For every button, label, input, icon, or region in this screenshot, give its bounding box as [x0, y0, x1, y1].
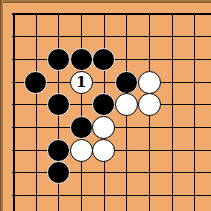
intersection-3-6[interactable]: [70, 139, 93, 162]
black-stone[interactable]: [47, 161, 70, 184]
black-stone[interactable]: [47, 139, 70, 162]
white-stone[interactable]: [92, 139, 115, 162]
white-stone-move-1[interactable]: 1: [70, 71, 93, 94]
black-stone[interactable]: [92, 48, 115, 71]
intersection-1-3[interactable]: [25, 71, 48, 94]
black-stone[interactable]: [24, 71, 47, 94]
board-edge-bevel-top: [0, 0, 211, 3]
intersection-5-3[interactable]: [115, 71, 138, 94]
white-stone[interactable]: [115, 93, 138, 116]
intersection-2-7[interactable]: [47, 162, 70, 185]
white-stone[interactable]: [70, 139, 93, 162]
intersection-2-2[interactable]: [47, 48, 70, 71]
black-stone[interactable]: [47, 93, 70, 116]
move-number-label: 1: [76, 74, 86, 89]
intersection-3-5[interactable]: [70, 116, 93, 139]
intersection-2-4[interactable]: [47, 94, 70, 117]
black-stone[interactable]: [92, 93, 115, 116]
white-stone[interactable]: [138, 71, 161, 94]
intersection-5-4[interactable]: [115, 94, 138, 117]
intersection-4-2[interactable]: [93, 48, 116, 71]
intersection-3-3[interactable]: 1: [70, 71, 93, 94]
stones-layer: 1: [2, 3, 206, 207]
black-stone[interactable]: [115, 71, 138, 94]
intersection-6-4[interactable]: [138, 94, 161, 117]
board-edge-bevel-left: [0, 0, 3, 211]
intersection-4-6[interactable]: [93, 139, 116, 162]
black-stone[interactable]: [70, 116, 93, 139]
intersection-2-6[interactable]: [47, 139, 70, 162]
intersection-4-5[interactable]: [93, 116, 116, 139]
go-board-diagram: 1: [0, 0, 211, 211]
black-stone[interactable]: [47, 48, 70, 71]
white-stone[interactable]: [92, 116, 115, 139]
intersection-3-2[interactable]: [70, 48, 93, 71]
white-stone[interactable]: [138, 93, 161, 116]
intersection-4-4[interactable]: [93, 94, 116, 117]
intersection-6-3[interactable]: [138, 71, 161, 94]
black-stone[interactable]: [70, 48, 93, 71]
